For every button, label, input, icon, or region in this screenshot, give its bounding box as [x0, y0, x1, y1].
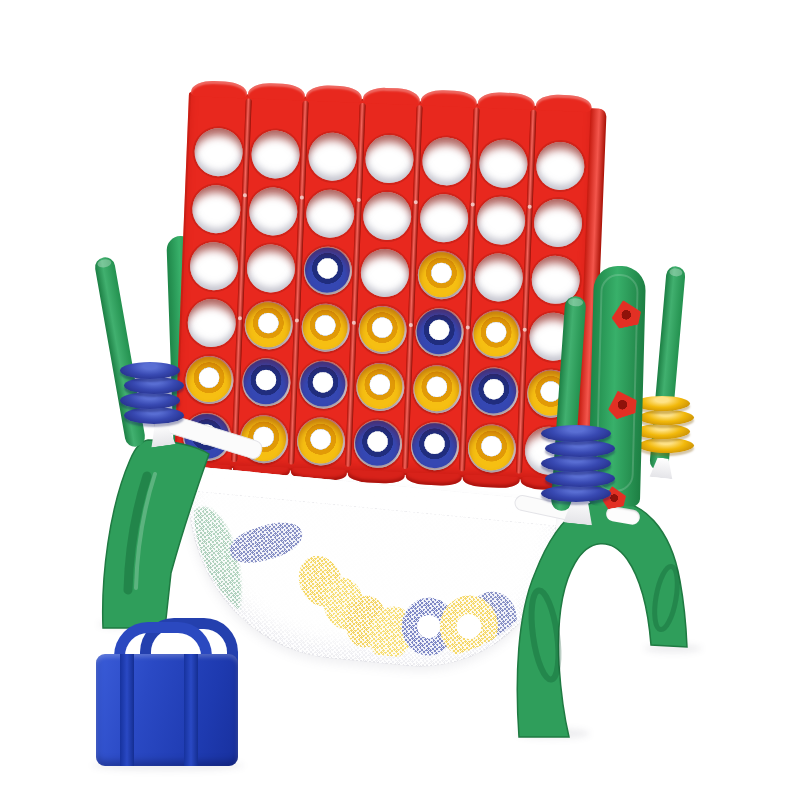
board-cell-r2c1: [187, 179, 244, 238]
board-hole: [364, 134, 414, 184]
board-hole: [186, 298, 236, 348]
yellow-disc-in-net: [291, 549, 350, 613]
board-hole: [419, 193, 469, 243]
board-cell-r5c6: [465, 361, 522, 420]
board-hole: [473, 252, 523, 302]
blue-ring: [541, 425, 611, 442]
board-cell-r3c2: [242, 238, 299, 297]
blue-disc-in-net: [399, 595, 458, 658]
board-hole: [248, 186, 298, 236]
board-cell-r1c2: [246, 124, 303, 183]
blue-ring-stack-left: [122, 362, 182, 442]
yellow-ring-stack-right: [636, 396, 692, 470]
board-hole: [189, 241, 239, 291]
blue-ring: [545, 470, 615, 487]
left-leg-shape: [103, 440, 209, 628]
yellow-disc-in-net: [343, 593, 389, 650]
board-hole: [359, 248, 409, 298]
board-hole: [362, 191, 412, 241]
board-cell-r5c1: [180, 350, 237, 409]
board-cell-r2c6: [472, 191, 529, 250]
board-hole: [533, 197, 583, 247]
board-cell-r3c6: [470, 247, 527, 306]
yellow-ring: [638, 410, 694, 425]
blue-ring: [120, 392, 180, 409]
yellow-ring: [634, 424, 690, 439]
board-cell-r5c3: [294, 355, 351, 414]
board-hole: [191, 184, 241, 234]
board-cell-r4c6: [467, 304, 524, 363]
yellow-ring: [638, 438, 694, 453]
board-hole: [478, 138, 528, 188]
board-cell-r6c4: [349, 414, 406, 473]
board-cell-r5c2: [237, 352, 294, 411]
yellow-disc-in-net: [437, 593, 501, 660]
board-hole: [193, 127, 243, 177]
left-front-leg: [85, 438, 220, 633]
bag-strap: [184, 654, 198, 766]
right-arch-legs: [505, 495, 705, 743]
board-cell-r2c3: [301, 184, 358, 243]
bag-strap: [120, 654, 134, 766]
blue-ring: [545, 440, 615, 457]
blue-ring: [120, 362, 180, 379]
board-cell-r3c1: [185, 236, 242, 295]
board-hole: [246, 243, 296, 293]
blue-ring: [124, 377, 184, 394]
connect4-board: [174, 92, 594, 482]
yellow-disc-in-net: [362, 601, 420, 666]
blue-ring: [541, 485, 611, 502]
board-cell-r3c5: [413, 245, 470, 304]
bag-body: [96, 654, 238, 766]
board-hole: [535, 140, 585, 190]
board-cell-r3c4: [356, 243, 413, 302]
board-cell-r1c6: [474, 134, 531, 193]
board-cell-r4c2: [240, 295, 297, 354]
carry-bag: [94, 618, 244, 768]
board-cell-r2c5: [415, 188, 472, 247]
board-cell-r3c3: [299, 241, 356, 300]
product-photo-scene: [0, 0, 800, 800]
board-cell-r1c3: [303, 127, 360, 186]
blue-ring: [124, 407, 184, 424]
right-arch-shape: [517, 500, 687, 737]
board-cell-r5c5: [408, 359, 465, 418]
board-hole: [421, 136, 471, 186]
board-cell-r1c1: [190, 122, 247, 181]
board-cell-r1c5: [417, 131, 474, 190]
blue-ring: [541, 455, 611, 472]
board-cell-r6c5: [406, 416, 463, 475]
board-cell-r6c6: [463, 418, 520, 477]
blue-disc-in-net: [226, 516, 307, 570]
board-cell-r1c7: [531, 136, 588, 195]
board-cell-r4c1: [183, 293, 240, 352]
board-cell-r6c3: [292, 411, 349, 470]
board-cell-r4c3: [297, 298, 354, 357]
board-cell-r4c5: [410, 302, 467, 361]
board-cell-r4c4: [354, 300, 411, 359]
board-cell-r1c4: [360, 129, 417, 188]
yellow-disc-in-net: [320, 575, 367, 632]
board-hole: [250, 129, 300, 179]
board-hole: [476, 195, 526, 245]
board-hole: [307, 131, 357, 181]
board-hole: [305, 188, 355, 238]
board-cell-r5c4: [351, 357, 408, 416]
board-cell-r2c4: [358, 186, 415, 245]
blue-ring-stack-front-right: [543, 425, 613, 521]
board-cell-r2c2: [244, 181, 301, 240]
board-cell-r2c7: [529, 193, 586, 252]
